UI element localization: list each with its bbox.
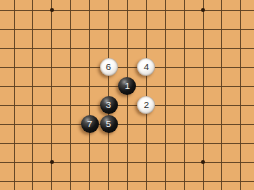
grid-line-horizontal	[0, 162, 254, 163]
star-point	[201, 160, 205, 164]
move-number: 7	[87, 119, 92, 129]
star-point	[201, 8, 205, 12]
stone-black-3: 3	[100, 96, 118, 114]
grid-line-horizontal	[0, 48, 254, 49]
stone-white-2: 2	[137, 96, 155, 114]
star-point	[50, 8, 54, 12]
stone-white-6: 6	[100, 58, 118, 76]
grid-line-horizontal	[0, 10, 254, 11]
grid-line-horizontal	[0, 143, 254, 144]
stone-black-5: 5	[100, 115, 118, 133]
stone-white-4: 4	[137, 58, 155, 76]
move-number: 4	[144, 62, 149, 72]
gomoku-board[interactable]: 1234567	[0, 0, 254, 190]
star-point	[50, 160, 54, 164]
grid-line-horizontal	[0, 181, 254, 182]
grid-line-horizontal	[0, 29, 254, 30]
move-number: 6	[106, 62, 111, 72]
grid-line-horizontal	[0, 105, 254, 106]
grid-line-horizontal	[0, 67, 254, 68]
grid-line-horizontal	[0, 124, 254, 125]
stone-black-7: 7	[81, 115, 99, 133]
move-number: 2	[144, 100, 149, 110]
move-number: 3	[106, 100, 111, 110]
move-number: 5	[106, 119, 111, 129]
move-number: 1	[125, 81, 130, 91]
stone-black-1: 1	[118, 77, 136, 95]
